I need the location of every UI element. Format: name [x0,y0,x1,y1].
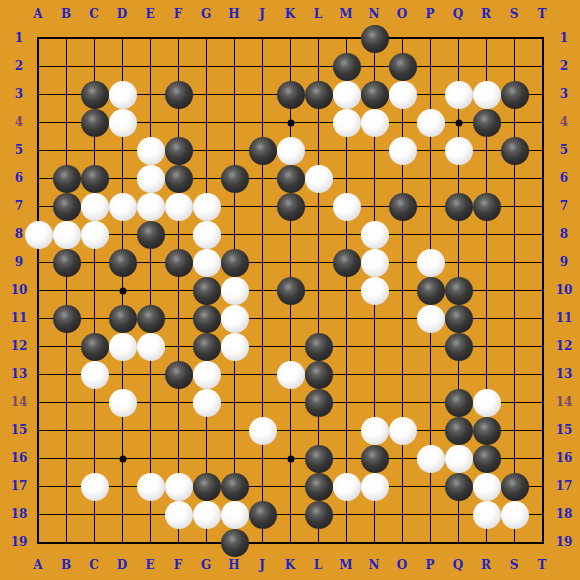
black-stone [165,81,193,109]
column-label: F [164,8,192,20]
column-label: A [24,559,52,571]
white-stone [165,193,193,221]
black-stone [53,305,81,333]
white-stone [333,193,361,221]
white-stone [361,473,389,501]
grid-line [38,514,543,515]
column-label: E [136,8,164,20]
black-stone [53,193,81,221]
black-stone [137,305,165,333]
column-label: P [416,559,444,571]
row-label: 1 [5,32,33,44]
row-label: 7 [5,200,33,212]
white-stone [473,501,501,529]
white-stone [165,473,193,501]
black-stone [445,305,473,333]
column-label: G [192,8,220,20]
white-stone [137,473,165,501]
column-label: B [52,8,80,20]
row-label: 19 [5,536,33,548]
black-stone [305,501,333,529]
white-stone [333,109,361,137]
column-label: N [360,559,388,571]
black-stone [361,81,389,109]
black-stone [501,473,529,501]
row-label: 14 [550,396,578,408]
row-label: 2 [5,60,33,72]
row-label: 2 [550,60,578,72]
white-stone [361,109,389,137]
black-stone [165,165,193,193]
row-label: 5 [5,144,33,156]
column-label: N [360,8,388,20]
goban-grid[interactable] [38,38,543,543]
row-label: 4 [550,116,578,128]
white-stone [361,221,389,249]
white-stone [473,473,501,501]
black-stone [165,137,193,165]
black-stone [249,501,277,529]
column-label: J [248,8,276,20]
column-label: M [332,559,360,571]
row-label: 18 [5,508,33,520]
white-stone [221,305,249,333]
black-stone [221,529,249,557]
row-label: 12 [550,340,578,352]
black-stone [277,81,305,109]
black-stone [305,81,333,109]
white-stone [137,193,165,221]
black-stone [81,333,109,361]
white-stone [277,361,305,389]
black-stone [221,165,249,193]
black-stone [277,277,305,305]
white-stone [221,277,249,305]
white-stone [473,81,501,109]
white-stone [417,109,445,137]
white-stone [221,501,249,529]
black-stone [333,249,361,277]
row-label: 8 [550,228,578,240]
row-label: 9 [550,256,578,268]
black-stone [81,165,109,193]
white-stone [445,445,473,473]
black-stone [193,277,221,305]
star-point [119,455,126,462]
row-label: 15 [550,424,578,436]
column-label: P [416,8,444,20]
column-label: L [304,559,332,571]
white-stone [333,473,361,501]
column-label: B [52,559,80,571]
black-stone [165,249,193,277]
white-stone [417,445,445,473]
black-stone [305,333,333,361]
row-label: 14 [5,396,33,408]
grid-line [514,38,515,543]
column-label: H [220,559,248,571]
white-stone [109,389,137,417]
white-stone [137,137,165,165]
black-stone [193,473,221,501]
white-stone [109,333,137,361]
row-label: 12 [5,340,33,352]
black-stone [53,165,81,193]
row-label: 16 [550,452,578,464]
white-stone [445,137,473,165]
black-stone [473,193,501,221]
column-label: G [192,559,220,571]
column-label: R [472,8,500,20]
white-stone [221,333,249,361]
black-stone [305,389,333,417]
row-label: 17 [550,480,578,492]
star-point [119,287,126,294]
white-stone [501,501,529,529]
black-stone [473,417,501,445]
white-stone [137,165,165,193]
row-label: 9 [5,256,33,268]
black-stone [305,473,333,501]
white-stone [389,137,417,165]
black-stone [361,445,389,473]
white-stone [165,501,193,529]
white-stone [417,305,445,333]
black-stone [53,249,81,277]
black-stone [445,473,473,501]
black-stone [109,249,137,277]
column-label: S [500,8,528,20]
row-label: 13 [550,368,578,380]
row-label: 16 [5,452,33,464]
black-stone [305,445,333,473]
row-label: 7 [550,200,578,212]
column-label: Q [444,8,472,20]
black-stone [445,389,473,417]
white-stone [81,221,109,249]
white-stone [305,165,333,193]
white-stone [361,277,389,305]
black-stone [389,193,417,221]
column-label: F [164,559,192,571]
black-stone [81,109,109,137]
column-label: T [528,8,556,20]
row-label: 18 [550,508,578,520]
column-label: A [24,8,52,20]
column-label: T [528,559,556,571]
row-label: 15 [5,424,33,436]
white-stone [193,249,221,277]
column-label: J [248,559,276,571]
grid-line [542,38,543,543]
grid-line [38,542,543,543]
row-label: 19 [550,536,578,548]
row-label: 6 [550,172,578,184]
column-label: E [136,559,164,571]
white-stone [333,81,361,109]
row-label: 5 [550,144,578,156]
black-stone [361,25,389,53]
column-label: M [332,8,360,20]
row-label: 3 [550,88,578,100]
column-label: D [108,559,136,571]
column-label: C [80,559,108,571]
white-stone [361,417,389,445]
column-label: C [80,8,108,20]
black-stone [277,165,305,193]
black-stone [81,81,109,109]
black-stone [193,305,221,333]
column-label: O [388,559,416,571]
row-label: 8 [5,228,33,240]
black-stone [473,109,501,137]
column-label: Q [444,559,472,571]
row-label: 17 [5,480,33,492]
black-stone [249,137,277,165]
row-label: 6 [5,172,33,184]
column-label: K [276,559,304,571]
go-board-app: AABBCCDDEEFFGGHHJJKKLLMMNNOOPPQQRRSSTT11… [0,0,580,580]
column-label: S [500,559,528,571]
white-stone [417,249,445,277]
row-label: 3 [5,88,33,100]
white-stone [249,417,277,445]
white-stone [109,193,137,221]
white-stone [81,361,109,389]
row-label: 1 [550,32,578,44]
black-stone [305,361,333,389]
black-stone [221,473,249,501]
grid-line [402,38,403,543]
column-label: O [388,8,416,20]
white-stone [109,109,137,137]
white-stone [193,361,221,389]
column-label: H [220,8,248,20]
black-stone [445,277,473,305]
row-label: 11 [550,312,578,324]
row-label: 4 [5,116,33,128]
row-label: 10 [550,284,578,296]
white-stone [109,81,137,109]
white-stone [193,501,221,529]
black-stone [193,333,221,361]
black-stone [389,53,417,81]
black-stone [417,277,445,305]
white-stone [361,249,389,277]
white-stone [193,389,221,417]
black-stone [137,221,165,249]
black-stone [501,81,529,109]
row-label: 13 [5,368,33,380]
black-stone [445,417,473,445]
black-stone [445,193,473,221]
row-label: 10 [5,284,33,296]
white-stone [81,473,109,501]
column-label: L [304,8,332,20]
column-label: D [108,8,136,20]
black-stone [501,137,529,165]
black-stone [109,305,137,333]
white-stone [193,193,221,221]
black-stone [221,249,249,277]
black-stone [277,193,305,221]
black-stone [165,361,193,389]
white-stone [53,221,81,249]
white-stone [137,333,165,361]
white-stone [389,417,417,445]
row-label: 11 [5,312,33,324]
white-stone [193,221,221,249]
white-stone [445,81,473,109]
column-label: K [276,8,304,20]
black-stone [445,333,473,361]
white-stone [81,193,109,221]
black-stone [473,445,501,473]
star-point [287,455,294,462]
white-stone [277,137,305,165]
white-stone [389,81,417,109]
star-point [287,119,294,126]
star-point [455,119,462,126]
column-label: R [472,559,500,571]
white-stone [473,389,501,417]
black-stone [333,53,361,81]
